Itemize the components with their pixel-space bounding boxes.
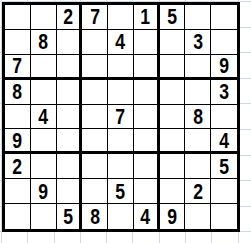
cell-r1c7[interactable]: 5 [160,5,186,30]
given-digit: 4 [219,129,229,151]
cell-r4c8[interactable] [185,80,211,105]
cell-r5c8[interactable]: 8 [185,105,211,130]
cell-r7c1[interactable]: 2 [5,154,31,179]
given-digit: 2 [193,180,203,203]
cell-r2c5[interactable]: 4 [108,30,134,55]
cell-r3c2[interactable] [31,55,57,80]
cell-r2c2[interactable]: 8 [31,30,57,55]
cell-r5c4[interactable] [82,105,108,130]
cell-r6c2[interactable] [31,129,57,154]
cell-r6c8[interactable] [185,129,211,154]
cell-r1c3[interactable]: 2 [57,5,83,30]
given-digit: 5 [219,155,229,178]
cell-r3c5[interactable] [108,55,134,80]
cell-r4c4[interactable] [82,80,108,105]
cell-r8c6[interactable] [134,179,160,204]
cell-r6c5[interactable] [108,129,134,154]
given-digit: 8 [38,30,48,53]
cell-r2c4[interactable] [82,30,108,55]
given-digit: 3 [219,80,229,103]
cell-r2c6[interactable] [134,30,160,55]
cell-r4c5[interactable] [108,80,134,105]
cell-r4c6[interactable] [134,80,160,105]
cell-r8c8[interactable]: 2 [185,179,211,204]
cell-r5c6[interactable] [134,105,160,130]
cell-r9c8[interactable] [185,204,211,229]
cell-r1c5[interactable] [108,5,134,30]
cell-r2c1[interactable] [5,30,31,55]
sudoku-board: 2715843798347894259525849 [2,2,240,232]
given-digit: 8 [193,105,203,128]
cell-r7c7[interactable] [160,154,186,179]
cell-r3c3[interactable] [57,55,83,80]
cell-r3c9[interactable]: 9 [211,55,237,80]
cell-r9c1[interactable] [5,204,31,229]
cell-r3c7[interactable] [160,55,186,80]
cell-r3c1[interactable]: 7 [5,55,31,80]
cell-r6c1[interactable]: 9 [5,129,31,154]
given-digit: 2 [12,155,22,178]
given-digit: 9 [167,205,177,228]
given-digit: 8 [12,80,22,103]
cell-r4c9[interactable]: 3 [211,80,237,105]
cell-r6c7[interactable] [160,129,186,154]
cell-r4c2[interactable] [31,80,57,105]
cell-r7c2[interactable] [31,154,57,179]
cell-r9c4[interactable]: 8 [82,204,108,229]
given-digit: 4 [116,30,126,53]
given-digit: 9 [38,180,48,203]
cell-r3c6[interactable] [134,55,160,80]
cell-r5c5[interactable]: 7 [108,105,134,130]
cell-r4c7[interactable] [160,80,186,105]
given-digit: 4 [38,105,48,128]
cell-r5c7[interactable] [160,105,186,130]
cell-r9c3[interactable]: 5 [57,204,83,229]
cell-r9c7[interactable]: 9 [160,204,186,229]
cell-r1c2[interactable] [31,5,57,30]
cell-r7c6[interactable] [134,154,160,179]
cell-r8c3[interactable] [57,179,83,204]
cell-r1c8[interactable] [185,5,211,30]
given-digit: 7 [90,5,100,28]
cell-r8c4[interactable] [82,179,108,204]
cell-r6c6[interactable] [134,129,160,154]
cell-r8c2[interactable]: 9 [31,179,57,204]
cell-r5c2[interactable]: 4 [31,105,57,130]
cell-r4c1[interactable]: 8 [5,80,31,105]
cell-r5c1[interactable] [5,105,31,130]
cell-r5c9[interactable] [211,105,237,130]
cell-r9c5[interactable] [108,204,134,229]
cell-r7c4[interactable] [82,154,108,179]
cell-r9c9[interactable] [211,204,237,229]
given-digit: 2 [63,5,73,28]
given-digit: 9 [219,55,229,77]
given-digit: 7 [116,105,126,128]
given-digit: 5 [116,180,126,203]
cell-r5c3[interactable] [57,105,83,130]
given-digit: 1 [140,5,150,28]
cell-r1c4[interactable]: 7 [82,5,108,30]
cell-r2c3[interactable] [57,30,83,55]
cell-r6c9[interactable]: 4 [211,129,237,154]
given-digit: 7 [12,55,22,77]
given-digit: 8 [90,205,100,228]
cell-r4c3[interactable] [57,80,83,105]
cell-r7c9[interactable]: 5 [211,154,237,179]
cell-r8c7[interactable] [160,179,186,204]
cell-r1c9[interactable] [211,5,237,30]
cell-r7c3[interactable] [57,154,83,179]
cell-r1c6[interactable]: 1 [134,5,160,30]
cell-r9c6[interactable]: 4 [134,204,160,229]
given-digit: 5 [63,205,73,228]
cell-r9c2[interactable] [31,204,57,229]
cell-r2c9[interactable] [211,30,237,55]
cell-r3c8[interactable] [185,55,211,80]
cell-r2c8[interactable]: 3 [185,30,211,55]
cell-r3c4[interactable] [82,55,108,80]
cell-r8c9[interactable] [211,179,237,204]
cell-r6c4[interactable] [82,129,108,154]
cell-r7c8[interactable] [185,154,211,179]
cell-r8c1[interactable] [5,179,31,204]
given-digit: 3 [193,30,203,53]
cell-r6c3[interactable] [57,129,83,154]
cell-r2c7[interactable] [160,30,186,55]
cell-r1c1[interactable] [5,5,31,30]
cell-r7c5[interactable] [108,154,134,179]
given-digit: 5 [167,5,177,28]
given-digit: 4 [140,205,150,228]
given-digit: 9 [12,129,22,151]
cell-r8c5[interactable]: 5 [108,179,134,204]
